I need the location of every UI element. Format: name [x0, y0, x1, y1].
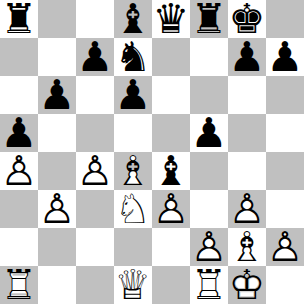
- square-d7[interactable]: ♞: [114, 38, 152, 76]
- square-b1[interactable]: [38, 266, 76, 304]
- piece-white-pawn: ♙: [1, 151, 38, 192]
- piece-white-pawn-fill: ♟: [39, 189, 76, 230]
- square-c3[interactable]: [76, 190, 114, 228]
- square-g6[interactable]: [228, 76, 266, 114]
- square-h1[interactable]: [266, 266, 304, 304]
- square-c4[interactable]: ♟♙: [76, 152, 114, 190]
- square-b2[interactable]: [38, 228, 76, 266]
- piece-white-pawn: ♙: [39, 189, 76, 230]
- piece-black-knight: ♞: [115, 37, 152, 78]
- piece-white-pawn-fill: ♟: [229, 189, 266, 230]
- square-e8[interactable]: ♛: [152, 0, 190, 38]
- square-f5[interactable]: ♟: [190, 114, 228, 152]
- square-a8[interactable]: ♜: [0, 0, 38, 38]
- piece-white-rook: ♖: [191, 265, 228, 304]
- square-g8[interactable]: ♚: [228, 0, 266, 38]
- square-h3[interactable]: [266, 190, 304, 228]
- square-b4[interactable]: [38, 152, 76, 190]
- square-f8[interactable]: ♜: [190, 0, 228, 38]
- piece-white-pawn-fill: ♟: [1, 151, 38, 192]
- square-d3[interactable]: ♞♘: [114, 190, 152, 228]
- square-d5[interactable]: [114, 114, 152, 152]
- square-d6[interactable]: ♟: [114, 76, 152, 114]
- square-a1[interactable]: ♜♖: [0, 266, 38, 304]
- piece-white-bishop-fill: ♝: [115, 151, 152, 192]
- piece-black-pawn: ♟: [77, 37, 114, 78]
- square-e5[interactable]: [152, 114, 190, 152]
- square-a5[interactable]: ♟: [0, 114, 38, 152]
- square-g5[interactable]: [228, 114, 266, 152]
- square-f2[interactable]: ♟♙: [190, 228, 228, 266]
- piece-black-pawn: ♟: [115, 75, 152, 116]
- square-f4[interactable]: [190, 152, 228, 190]
- piece-white-rook-fill: ♜: [1, 265, 38, 304]
- piece-black-bishop: ♝: [153, 151, 190, 192]
- piece-white-king-fill: ♚: [229, 265, 266, 304]
- square-b6[interactable]: ♟: [38, 76, 76, 114]
- square-b8[interactable]: [38, 0, 76, 38]
- piece-white-bishop: ♗: [229, 227, 266, 268]
- piece-white-pawn: ♙: [153, 189, 190, 230]
- square-f1[interactable]: ♜♖: [190, 266, 228, 304]
- piece-white-bishop-fill: ♝: [229, 227, 266, 268]
- square-g7[interactable]: ♟: [228, 38, 266, 76]
- square-e7[interactable]: [152, 38, 190, 76]
- piece-black-rook: ♜: [191, 0, 228, 40]
- square-c6[interactable]: [76, 76, 114, 114]
- piece-black-queen: ♛: [153, 0, 190, 40]
- square-e1[interactable]: [152, 266, 190, 304]
- square-h7[interactable]: ♟: [266, 38, 304, 76]
- square-c1[interactable]: [76, 266, 114, 304]
- piece-white-queen-fill: ♛: [115, 265, 152, 304]
- piece-white-pawn-fill: ♟: [191, 227, 228, 268]
- piece-white-pawn: ♙: [229, 189, 266, 230]
- square-c7[interactable]: ♟: [76, 38, 114, 76]
- square-d1[interactable]: ♛♕: [114, 266, 152, 304]
- piece-white-king: ♔: [229, 265, 266, 304]
- square-g2[interactable]: ♝♗: [228, 228, 266, 266]
- piece-white-rook: ♖: [1, 265, 38, 304]
- square-h4[interactable]: [266, 152, 304, 190]
- square-c2[interactable]: [76, 228, 114, 266]
- square-e2[interactable]: [152, 228, 190, 266]
- piece-black-bishop: ♝: [115, 0, 152, 40]
- square-g1[interactable]: ♚♔: [228, 266, 266, 304]
- piece-white-pawn-fill: ♟: [77, 151, 114, 192]
- square-c8[interactable]: [76, 0, 114, 38]
- piece-black-pawn: ♟: [1, 113, 38, 154]
- square-h2[interactable]: ♟♙: [266, 228, 304, 266]
- square-b5[interactable]: [38, 114, 76, 152]
- square-f7[interactable]: [190, 38, 228, 76]
- piece-black-pawn: ♟: [229, 37, 266, 78]
- square-f3[interactable]: [190, 190, 228, 228]
- piece-white-queen: ♕: [115, 265, 152, 304]
- square-e4[interactable]: ♝: [152, 152, 190, 190]
- square-d4[interactable]: ♝♗: [114, 152, 152, 190]
- square-g4[interactable]: [228, 152, 266, 190]
- square-a2[interactable]: [0, 228, 38, 266]
- piece-white-knight: ♘: [115, 189, 152, 230]
- square-a7[interactable]: [0, 38, 38, 76]
- square-g3[interactable]: ♟♙: [228, 190, 266, 228]
- square-c5[interactable]: [76, 114, 114, 152]
- piece-black-pawn: ♟: [39, 75, 76, 116]
- square-a6[interactable]: [0, 76, 38, 114]
- chess-board: ♜♝♛♜♚♟♞♟♟♟♟♟♟♟♙♟♙♝♗♝♟♙♞♘♟♙♟♙♟♙♝♗♟♙♜♖♛♕♜♖…: [0, 0, 304, 304]
- piece-white-pawn-fill: ♟: [267, 227, 304, 268]
- piece-black-king: ♚: [229, 0, 266, 40]
- piece-black-rook: ♜: [1, 0, 38, 40]
- square-h5[interactable]: [266, 114, 304, 152]
- piece-white-pawn: ♙: [191, 227, 228, 268]
- piece-white-pawn-fill: ♟: [153, 189, 190, 230]
- square-a3[interactable]: [0, 190, 38, 228]
- piece-white-knight-fill: ♞: [115, 189, 152, 230]
- square-d2[interactable]: [114, 228, 152, 266]
- square-h8[interactable]: [266, 0, 304, 38]
- piece-black-pawn: ♟: [191, 113, 228, 154]
- square-b7[interactable]: [38, 38, 76, 76]
- square-f6[interactable]: [190, 76, 228, 114]
- piece-white-pawn: ♙: [267, 227, 304, 268]
- square-a4[interactable]: ♟♙: [0, 152, 38, 190]
- square-e3[interactable]: ♟♙: [152, 190, 190, 228]
- square-e6[interactable]: [152, 76, 190, 114]
- piece-white-rook-fill: ♜: [191, 265, 228, 304]
- piece-white-bishop: ♗: [115, 151, 152, 192]
- square-d8[interactable]: ♝: [114, 0, 152, 38]
- square-h6[interactable]: [266, 76, 304, 114]
- square-b3[interactable]: ♟♙: [38, 190, 76, 228]
- piece-black-pawn: ♟: [267, 37, 304, 78]
- piece-white-pawn: ♙: [77, 151, 114, 192]
